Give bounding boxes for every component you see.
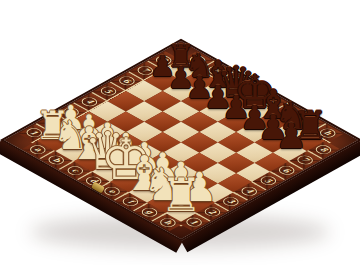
piece-white-rook-h1[interactable]: ♜ — [160, 172, 201, 218]
product-photo-canvas: abcdefgh abcdefgh 87654321 87654321 ♜♞♟♝… — [0, 0, 360, 265]
rank-label-glyph: 3 — [220, 195, 242, 207]
rank-label-glyph: 5 — [257, 175, 279, 187]
rank-label-glyph: 4 — [239, 185, 261, 197]
rank-label-glyph: 6 — [276, 164, 298, 176]
piece-black-pawn-h7[interactable]: ♟ — [276, 119, 307, 154]
